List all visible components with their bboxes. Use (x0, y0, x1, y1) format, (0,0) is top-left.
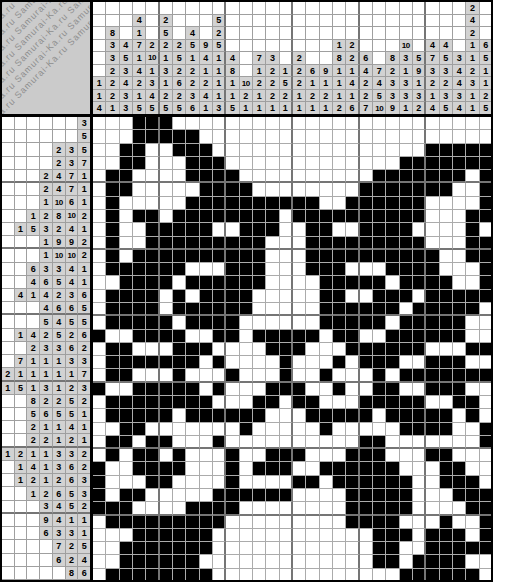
grid-cell[interactable] (146, 449, 159, 462)
grid-cell[interactable] (386, 343, 399, 356)
grid-cell[interactable] (266, 369, 279, 382)
grid-cell[interactable] (466, 396, 479, 409)
grid-cell[interactable] (226, 542, 239, 555)
grid-cell[interactable] (213, 502, 226, 515)
grid-cell[interactable] (373, 183, 386, 196)
grid-cell[interactable] (213, 489, 226, 502)
grid-cell[interactable] (306, 183, 319, 196)
grid-cell[interactable] (466, 117, 479, 130)
grid-cell[interactable] (173, 476, 186, 489)
grid-cell[interactable] (106, 183, 119, 196)
grid-cell[interactable] (266, 237, 279, 250)
grid-cell[interactable] (173, 529, 186, 542)
grid-cell[interactable] (333, 436, 346, 449)
grid-cell[interactable] (146, 356, 159, 369)
grid-cell[interactable] (440, 356, 453, 369)
grid-cell[interactable] (280, 210, 293, 223)
grid-cell[interactable] (253, 303, 266, 316)
grid-cell[interactable] (426, 183, 439, 196)
grid-cell[interactable] (146, 237, 159, 250)
grid-cell[interactable] (213, 170, 226, 183)
grid-cell[interactable] (466, 170, 479, 183)
grid-cell[interactable] (306, 157, 319, 170)
grid-cell[interactable] (93, 157, 106, 170)
grid-cell[interactable] (106, 462, 119, 475)
grid-cell[interactable] (186, 369, 199, 382)
grid-cell[interactable] (386, 117, 399, 130)
grid-cell[interactable] (426, 157, 439, 170)
grid-cell[interactable] (466, 356, 479, 369)
grid-cell[interactable] (373, 290, 386, 303)
grid-cell[interactable] (106, 130, 119, 143)
grid-cell[interactable] (373, 356, 386, 369)
grid-cell[interactable] (186, 489, 199, 502)
grid-cell[interactable] (266, 462, 279, 475)
grid-cell[interactable] (373, 197, 386, 210)
grid-cell[interactable] (280, 436, 293, 449)
grid-cell[interactable] (280, 555, 293, 568)
grid-cell[interactable] (106, 237, 119, 250)
grid-cell[interactable] (240, 183, 253, 196)
grid-cell[interactable] (320, 276, 333, 289)
grid-cell[interactable] (173, 343, 186, 356)
grid-cell[interactable] (200, 356, 213, 369)
grid-cell[interactable] (413, 383, 426, 396)
grid-cell[interactable] (160, 409, 173, 422)
grid-cell[interactable] (120, 555, 133, 568)
grid-cell[interactable] (320, 223, 333, 236)
grid-cell[interactable] (280, 409, 293, 422)
grid-cell[interactable] (293, 343, 306, 356)
grid-cell[interactable] (213, 555, 226, 568)
grid-cell[interactable] (306, 423, 319, 436)
grid-cell[interactable] (120, 356, 133, 369)
grid-cell[interactable] (440, 117, 453, 130)
grid-cell[interactable] (413, 423, 426, 436)
grid-cell[interactable] (306, 210, 319, 223)
grid-cell[interactable] (453, 290, 466, 303)
grid-cell[interactable] (440, 250, 453, 263)
grid-cell[interactable] (200, 210, 213, 223)
grid-cell[interactable] (266, 330, 279, 343)
grid-cell[interactable] (240, 462, 253, 475)
grid-cell[interactable] (146, 476, 159, 489)
grid-cell[interactable] (440, 130, 453, 143)
grid-cell[interactable] (106, 330, 119, 343)
grid-cell[interactable] (333, 144, 346, 157)
grid-cell[interactable] (466, 369, 479, 382)
grid-cell[interactable] (400, 157, 413, 170)
grid-cell[interactable] (440, 183, 453, 196)
grid-cell[interactable] (306, 502, 319, 515)
grid-cell[interactable] (426, 542, 439, 555)
grid-cell[interactable] (106, 409, 119, 422)
grid-cell[interactable] (200, 555, 213, 568)
grid-cell[interactable] (280, 529, 293, 542)
grid-cell[interactable] (160, 330, 173, 343)
grid-cell[interactable] (240, 276, 253, 289)
grid-cell[interactable] (400, 436, 413, 449)
grid-cell[interactable] (333, 529, 346, 542)
grid-cell[interactable] (333, 250, 346, 263)
grid-cell[interactable] (293, 223, 306, 236)
grid-cell[interactable] (333, 516, 346, 529)
grid-cell[interactable] (360, 489, 373, 502)
grid-cell[interactable] (253, 542, 266, 555)
grid-cell[interactable] (240, 489, 253, 502)
grid-cell[interactable] (200, 476, 213, 489)
grid-cell[interactable] (386, 383, 399, 396)
grid-cell[interactable] (306, 316, 319, 329)
grid-cell[interactable] (253, 396, 266, 409)
grid-cell[interactable] (360, 237, 373, 250)
grid-cell[interactable] (333, 409, 346, 422)
grid-cell[interactable] (200, 516, 213, 529)
grid-cell[interactable] (186, 290, 199, 303)
grid-cell[interactable] (160, 423, 173, 436)
grid-cell[interactable] (320, 449, 333, 462)
grid-cell[interactable] (293, 369, 306, 382)
grid-cell[interactable] (133, 223, 146, 236)
grid-cell[interactable] (360, 157, 373, 170)
grid-cell[interactable] (426, 502, 439, 515)
grid-cell[interactable] (373, 516, 386, 529)
grid-cell[interactable] (373, 316, 386, 329)
grid-cell[interactable] (226, 197, 239, 210)
grid-cell[interactable] (186, 276, 199, 289)
grid-cell[interactable] (373, 157, 386, 170)
grid-cell[interactable] (453, 555, 466, 568)
grid-cell[interactable] (240, 130, 253, 143)
grid-cell[interactable] (240, 369, 253, 382)
grid-cell[interactable] (413, 330, 426, 343)
grid-cell[interactable] (213, 356, 226, 369)
grid-cell[interactable] (120, 197, 133, 210)
grid-cell[interactable] (173, 542, 186, 555)
grid-cell[interactable] (186, 449, 199, 462)
grid-cell[interactable] (240, 157, 253, 170)
grid-cell[interactable] (213, 303, 226, 316)
grid-cell[interactable] (306, 476, 319, 489)
grid-cell[interactable] (186, 396, 199, 409)
grid-cell[interactable] (226, 476, 239, 489)
grid-cell[interactable] (466, 263, 479, 276)
grid-cell[interactable] (293, 197, 306, 210)
grid-cell[interactable] (373, 542, 386, 555)
grid-cell[interactable] (240, 516, 253, 529)
grid-cell[interactable] (293, 276, 306, 289)
grid-cell[interactable] (293, 117, 306, 130)
grid-cell[interactable] (360, 409, 373, 422)
grid-cell[interactable] (386, 396, 399, 409)
grid-cell[interactable] (360, 529, 373, 542)
grid-cell[interactable] (173, 436, 186, 449)
grid-cell[interactable] (133, 436, 146, 449)
grid-cell[interactable] (280, 343, 293, 356)
grid-cell[interactable] (293, 423, 306, 436)
grid-cell[interactable] (213, 263, 226, 276)
grid-cell[interactable] (266, 436, 279, 449)
grid-cell[interactable] (93, 409, 106, 422)
grid-cell[interactable] (173, 144, 186, 157)
grid-cell[interactable] (266, 183, 279, 196)
grid-cell[interactable] (466, 157, 479, 170)
grid-cell[interactable] (360, 555, 373, 568)
grid-cell[interactable] (120, 183, 133, 196)
grid-cell[interactable] (253, 290, 266, 303)
grid-cell[interactable] (133, 516, 146, 529)
grid-cell[interactable] (440, 290, 453, 303)
grid-cell[interactable] (280, 130, 293, 143)
grid-cell[interactable] (146, 343, 159, 356)
grid-cell[interactable] (253, 489, 266, 502)
grid-cell[interactable] (346, 130, 359, 143)
grid-cell[interactable] (400, 210, 413, 223)
grid-cell[interactable] (333, 383, 346, 396)
grid-cell[interactable] (160, 237, 173, 250)
grid-cell[interactable] (360, 476, 373, 489)
grid-cell[interactable] (373, 436, 386, 449)
grid-cell[interactable] (306, 290, 319, 303)
grid-cell[interactable] (346, 157, 359, 170)
grid-cell[interactable] (226, 489, 239, 502)
grid-cell[interactable] (426, 369, 439, 382)
grid-cell[interactable] (106, 263, 119, 276)
grid-cell[interactable] (333, 423, 346, 436)
grid-cell[interactable] (173, 197, 186, 210)
grid-cell[interactable] (186, 183, 199, 196)
grid-cell[interactable] (360, 502, 373, 515)
grid-cell[interactable] (293, 183, 306, 196)
grid-cell[interactable] (333, 223, 346, 236)
grid-cell[interactable] (400, 476, 413, 489)
grid-cell[interactable] (266, 423, 279, 436)
grid-cell[interactable] (93, 210, 106, 223)
grid-cell[interactable] (213, 330, 226, 343)
grid-cell[interactable] (213, 396, 226, 409)
grid-cell[interactable] (320, 183, 333, 196)
grid-cell[interactable] (386, 130, 399, 143)
grid-cell[interactable] (360, 436, 373, 449)
grid-cell[interactable] (320, 144, 333, 157)
grid-cell[interactable] (360, 197, 373, 210)
grid-cell[interactable] (93, 223, 106, 236)
grid-cell[interactable] (360, 542, 373, 555)
grid-cell[interactable] (133, 423, 146, 436)
grid-cell[interactable] (226, 383, 239, 396)
grid-cell[interactable] (413, 250, 426, 263)
grid-cell[interactable] (213, 383, 226, 396)
grid-cell[interactable] (266, 396, 279, 409)
grid-cell[interactable] (173, 183, 186, 196)
grid-cell[interactable] (293, 263, 306, 276)
grid-cell[interactable] (346, 117, 359, 130)
grid-cell[interactable] (133, 529, 146, 542)
grid-cell[interactable] (466, 330, 479, 343)
grid-cell[interactable] (160, 210, 173, 223)
grid-cell[interactable] (280, 423, 293, 436)
grid-cell[interactable] (453, 516, 466, 529)
grid-cell[interactable] (106, 343, 119, 356)
grid-cell[interactable] (280, 144, 293, 157)
grid-cell[interactable] (226, 436, 239, 449)
grid-cell[interactable] (106, 316, 119, 329)
grid-cell[interactable] (426, 516, 439, 529)
grid-cell[interactable] (133, 250, 146, 263)
grid-cell[interactable] (120, 276, 133, 289)
grid-cell[interactable] (253, 237, 266, 250)
grid-cell[interactable] (360, 462, 373, 475)
grid-cell[interactable] (453, 250, 466, 263)
grid-cell[interactable] (320, 476, 333, 489)
grid-cell[interactable] (400, 555, 413, 568)
grid-cell[interactable] (226, 369, 239, 382)
grid-cell[interactable] (373, 383, 386, 396)
grid-cell[interactable] (466, 489, 479, 502)
grid-cell[interactable] (346, 144, 359, 157)
grid-cell[interactable] (160, 290, 173, 303)
grid-cell[interactable] (266, 555, 279, 568)
grid-cell[interactable] (440, 409, 453, 422)
grid-cell[interactable] (346, 476, 359, 489)
grid-cell[interactable] (426, 396, 439, 409)
grid-cell[interactable] (453, 157, 466, 170)
grid-cell[interactable] (440, 383, 453, 396)
grid-cell[interactable] (200, 330, 213, 343)
grid-cell[interactable] (133, 117, 146, 130)
grid-cell[interactable] (426, 223, 439, 236)
grid-cell[interactable] (293, 144, 306, 157)
grid-cell[interactable] (333, 356, 346, 369)
grid-cell[interactable] (346, 423, 359, 436)
grid-cell[interactable] (120, 516, 133, 529)
grid-cell[interactable] (200, 529, 213, 542)
grid-cell[interactable] (466, 436, 479, 449)
grid-cell[interactable] (413, 396, 426, 409)
grid-cell[interactable] (146, 276, 159, 289)
grid-cell[interactable] (400, 330, 413, 343)
grid-cell[interactable] (266, 170, 279, 183)
grid-cell[interactable] (93, 276, 106, 289)
grid-cell[interactable] (266, 117, 279, 130)
grid-cell[interactable] (360, 276, 373, 289)
grid-cell[interactable] (240, 542, 253, 555)
grid-cell[interactable] (466, 223, 479, 236)
grid-cell[interactable] (146, 250, 159, 263)
grid-cell[interactable] (120, 343, 133, 356)
grid-cell[interactable] (386, 436, 399, 449)
grid-cell[interactable] (240, 423, 253, 436)
grid-cell[interactable] (373, 396, 386, 409)
grid-cell[interactable] (200, 263, 213, 276)
grid-cell[interactable] (173, 356, 186, 369)
grid-cell[interactable] (186, 462, 199, 475)
grid-cell[interactable] (360, 303, 373, 316)
grid-cell[interactable] (266, 489, 279, 502)
grid-cell[interactable] (453, 316, 466, 329)
grid-cell[interactable] (173, 369, 186, 382)
grid-cell[interactable] (453, 276, 466, 289)
grid-cell[interactable] (400, 409, 413, 422)
grid-cell[interactable] (240, 197, 253, 210)
grid-cell[interactable] (160, 144, 173, 157)
grid-cell[interactable] (306, 383, 319, 396)
grid-cell[interactable] (160, 462, 173, 475)
grid-cell[interactable] (346, 555, 359, 568)
grid-cell[interactable] (453, 396, 466, 409)
grid-cell[interactable] (293, 383, 306, 396)
grid-cell[interactable] (106, 555, 119, 568)
grid-cell[interactable] (213, 197, 226, 210)
grid-cell[interactable] (133, 369, 146, 382)
grid-cell[interactable] (320, 250, 333, 263)
grid-cell[interactable] (413, 276, 426, 289)
grid-cell[interactable] (400, 516, 413, 529)
grid-cell[interactable] (253, 409, 266, 422)
grid-cell[interactable] (266, 383, 279, 396)
grid-cell[interactable] (253, 436, 266, 449)
grid-cell[interactable] (293, 409, 306, 422)
grid-cell[interactable] (413, 409, 426, 422)
grid-cell[interactable] (120, 476, 133, 489)
grid-cell[interactable] (186, 343, 199, 356)
grid-cell[interactable] (360, 223, 373, 236)
grid-cell[interactable] (373, 502, 386, 515)
grid-cell[interactable] (106, 502, 119, 515)
grid-cell[interactable] (106, 250, 119, 263)
grid-cell[interactable] (320, 157, 333, 170)
grid-cell[interactable] (120, 263, 133, 276)
grid-cell[interactable] (280, 516, 293, 529)
grid-cell[interactable] (200, 223, 213, 236)
grid-cell[interactable] (293, 250, 306, 263)
grid-cell[interactable] (173, 502, 186, 515)
grid-cell[interactable] (120, 130, 133, 143)
grid-cell[interactable] (386, 276, 399, 289)
grid-cell[interactable] (373, 170, 386, 183)
grid-cell[interactable] (386, 303, 399, 316)
grid-cell[interactable] (293, 330, 306, 343)
grid-cell[interactable] (333, 343, 346, 356)
grid-cell[interactable] (226, 516, 239, 529)
grid-cell[interactable] (186, 144, 199, 157)
grid-cell[interactable] (426, 316, 439, 329)
grid-cell[interactable] (440, 462, 453, 475)
grid-cell[interactable] (266, 409, 279, 422)
grid-cell[interactable] (266, 210, 279, 223)
grid-cell[interactable] (413, 223, 426, 236)
grid-cell[interactable] (373, 449, 386, 462)
grid-cell[interactable] (360, 183, 373, 196)
grid-cell[interactable] (346, 542, 359, 555)
grid-cell[interactable] (373, 237, 386, 250)
grid-cell[interactable] (360, 396, 373, 409)
grid-cell[interactable] (120, 489, 133, 502)
grid-cell[interactable] (320, 210, 333, 223)
grid-cell[interactable] (93, 144, 106, 157)
grid-cell[interactable] (453, 170, 466, 183)
grid-cell[interactable] (453, 436, 466, 449)
grid-cell[interactable] (133, 356, 146, 369)
grid-cell[interactable] (426, 330, 439, 343)
grid-cell[interactable] (173, 462, 186, 475)
grid-cell[interactable] (160, 183, 173, 196)
grid-cell[interactable] (240, 436, 253, 449)
grid-cell[interactable] (306, 223, 319, 236)
grid-cell[interactable] (226, 502, 239, 515)
grid-cell[interactable] (160, 356, 173, 369)
grid-cell[interactable] (240, 383, 253, 396)
